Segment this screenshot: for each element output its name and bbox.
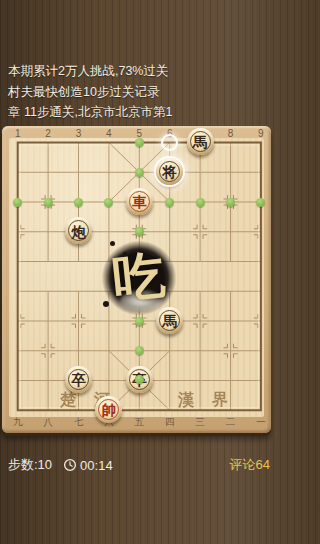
move-dot[interactable] <box>135 138 144 147</box>
clock-icon <box>63 458 77 472</box>
file-label-bottom: 二 <box>221 416 241 429</box>
step-counter: 步数:10 <box>8 456 52 474</box>
file-label-top: 9 <box>251 128 271 139</box>
piece-black-general[interactable]: 将 <box>156 158 183 185</box>
file-label-top: 8 <box>221 128 241 139</box>
move-dot[interactable] <box>135 168 144 177</box>
file-label-bottom: 三 <box>190 416 210 429</box>
move-dot[interactable] <box>135 346 144 355</box>
last-move-origin-marker <box>161 134 178 151</box>
piece-glyph: 炮 <box>71 224 86 239</box>
move-dot[interactable] <box>135 317 144 326</box>
move-dot[interactable] <box>135 227 144 236</box>
ink-droplet <box>110 241 115 246</box>
file-label-bottom: 九 <box>8 416 28 429</box>
banner-line-3: 章 11步通关,北京市北京市第1 <box>8 102 269 123</box>
file-label-top: 3 <box>69 128 89 139</box>
banner-line-1: 本期累计2万人挑战,73%过关 <box>8 61 269 82</box>
piece-red-chariot[interactable]: 車 <box>126 188 153 215</box>
move-dot[interactable] <box>13 198 22 207</box>
status-bar: 步数:10 00:14 评论64 <box>0 452 273 478</box>
move-dot[interactable] <box>226 198 235 207</box>
piece-black-soldier[interactable]: 卒 <box>65 366 92 393</box>
file-label-bottom: 一 <box>251 416 271 429</box>
piece-glyph: 卒 <box>71 373 86 388</box>
move-dot[interactable] <box>165 198 174 207</box>
move-dot[interactable] <box>196 198 205 207</box>
move-dot[interactable] <box>104 198 113 207</box>
piece-glyph: 馬 <box>162 313 177 328</box>
file-label-top: 2 <box>38 128 58 139</box>
file-label-bottom: 四 <box>160 416 180 429</box>
banner-line-2: 村夫最快创造10步过关记录 <box>8 82 269 103</box>
file-label-bottom: 八 <box>38 416 58 429</box>
file-label-top: 1 <box>8 128 28 139</box>
piece-black-horse[interactable]: 馬 <box>187 128 214 155</box>
file-label-bottom: 五 <box>129 416 149 429</box>
move-dot[interactable] <box>74 198 83 207</box>
comments-button[interactable]: 评论64 <box>230 456 270 474</box>
move-dot[interactable] <box>256 198 265 207</box>
file-label-bottom: 七 <box>69 416 89 429</box>
piece-glyph: 馬 <box>193 135 208 150</box>
river-label-right: 漢 界 <box>178 390 235 411</box>
piece-black-soldier[interactable]: 卒 <box>126 366 153 393</box>
ink-droplet <box>103 301 109 307</box>
piece-glyph: 帥 <box>102 403 117 418</box>
piece-glyph: 将 <box>162 165 177 180</box>
piece-glyph: 車 <box>132 194 147 209</box>
timer-value: 00:14 <box>80 458 113 473</box>
board-layer: 123456789九八七六五四三二一楚 河漢 界吃馬将車炮馬卒卒帥 <box>2 126 271 433</box>
move-dot[interactable] <box>44 198 53 207</box>
capture-target-dot[interactable] <box>135 375 144 384</box>
xiangqi-board[interactable]: 123456789九八七六五四三二一楚 河漢 界吃馬将車炮馬卒卒帥 <box>2 126 271 433</box>
ink-droplet <box>123 252 127 256</box>
piece-red-general[interactable]: 帥 <box>95 396 122 423</box>
file-label-top: 4 <box>99 128 119 139</box>
piece-black-horse[interactable]: 馬 <box>156 307 183 334</box>
challenge-banner: 本期累计2万人挑战,73%过关 村夫最快创造10步过关记录 章 11步通关,北京… <box>8 61 269 123</box>
